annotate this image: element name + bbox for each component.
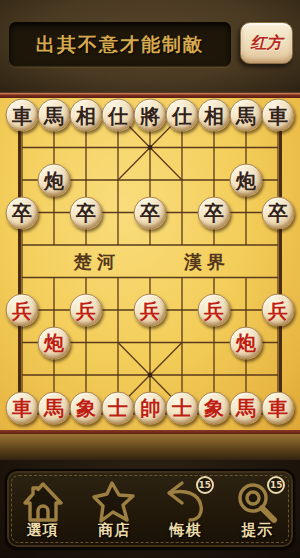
piece-glyph: 士 <box>108 398 128 418</box>
piece-glyph: 馬 <box>44 105 64 125</box>
piece-glyph: 卒 <box>12 203 32 223</box>
piece-glyph: 兵 <box>204 300 224 320</box>
piece-glyph: 仕 <box>108 105 128 125</box>
piece-glyph: 帥 <box>140 398 160 418</box>
undo-button[interactable]: 15 悔棋 <box>150 471 222 547</box>
piece-相-black[interactable]: 相 <box>198 99 231 132</box>
piece-glyph: 卒 <box>140 203 160 223</box>
quote-box: 出其不意才能制敵 <box>9 22 231 67</box>
side-to-move-label: 红方 <box>251 33 283 54</box>
hint-button[interactable]: 15 提示 <box>222 471 294 547</box>
piece-glyph: 馬 <box>236 398 256 418</box>
xiangqi-board[interactable]: 楚河 漢界 車馬相仕將仕相馬車炮炮卒卒卒卒卒兵兵兵兵兵炮炮車馬象士帥士象馬車 <box>0 98 300 430</box>
piece-glyph: 車 <box>12 398 32 418</box>
piece-馬-black[interactable]: 馬 <box>38 99 71 132</box>
shop-button[interactable]: 商店 <box>79 471 151 547</box>
piece-glyph: 馬 <box>44 398 64 418</box>
piece-兵-red[interactable]: 兵 <box>70 294 103 327</box>
toolbar-panel: 選項 商店 15 <box>5 469 295 549</box>
star-icon <box>90 479 138 525</box>
piece-卒-black[interactable]: 卒 <box>70 196 103 229</box>
piece-相-black[interactable]: 相 <box>70 99 103 132</box>
piece-glyph: 車 <box>268 105 288 125</box>
options-button[interactable]: 選項 <box>7 471 79 547</box>
piece-glyph: 兵 <box>76 300 96 320</box>
piece-兵-red[interactable]: 兵 <box>134 294 167 327</box>
piece-glyph: 炮 <box>44 170 64 190</box>
xiangqi-app: 出其不意才能制敵 红方 楚河 漢界 車馬相仕將仕相馬車炮炮卒卒卒卒卒兵兵兵兵兵炮… <box>0 0 300 558</box>
piece-象-red[interactable]: 象 <box>70 391 103 424</box>
piece-卒-black[interactable]: 卒 <box>198 196 231 229</box>
piece-兵-red[interactable]: 兵 <box>6 294 39 327</box>
piece-仕-black[interactable]: 仕 <box>166 99 199 132</box>
piece-將-black[interactable]: 將 <box>134 99 167 132</box>
piece-glyph: 卒 <box>204 203 224 223</box>
piece-車-black[interactable]: 車 <box>6 99 39 132</box>
piece-glyph: 象 <box>204 398 224 418</box>
piece-炮-black[interactable]: 炮 <box>38 164 71 197</box>
piece-glyph: 士 <box>172 398 192 418</box>
piece-glyph: 炮 <box>236 333 256 353</box>
piece-馬-black[interactable]: 馬 <box>230 99 263 132</box>
piece-馬-red[interactable]: 馬 <box>230 391 263 424</box>
piece-卒-black[interactable]: 卒 <box>6 196 39 229</box>
piece-glyph: 卒 <box>76 203 96 223</box>
piece-glyph: 將 <box>140 105 160 125</box>
piece-車-black[interactable]: 車 <box>262 99 295 132</box>
header-bar: 出其不意才能制敵 红方 <box>0 0 300 92</box>
piece-炮-red[interactable]: 炮 <box>38 326 71 359</box>
piece-glyph: 車 <box>12 105 32 125</box>
piece-glyph: 馬 <box>236 105 256 125</box>
piece-士-red[interactable]: 士 <box>166 391 199 424</box>
undo-count-badge: 15 <box>196 476 214 494</box>
piece-炮-black[interactable]: 炮 <box>230 164 263 197</box>
piece-象-red[interactable]: 象 <box>198 391 231 424</box>
pieces-layer: 車馬相仕將仕相馬車炮炮卒卒卒卒卒兵兵兵兵兵炮炮車馬象士帥士象馬車 <box>0 98 300 430</box>
hint-count-badge: 15 <box>267 476 285 494</box>
home-icon <box>19 479 67 525</box>
piece-車-red[interactable]: 車 <box>6 391 39 424</box>
piece-glyph: 兵 <box>12 300 32 320</box>
side-to-move-button[interactable]: 红方 <box>240 22 293 64</box>
piece-帥-red[interactable]: 帥 <box>134 391 167 424</box>
piece-glyph: 相 <box>76 105 96 125</box>
toolbar-area: 選項 商店 15 <box>0 460 300 558</box>
piece-馬-red[interactable]: 馬 <box>38 391 71 424</box>
piece-車-red[interactable]: 車 <box>262 391 295 424</box>
piece-卒-black[interactable]: 卒 <box>134 196 167 229</box>
piece-兵-red[interactable]: 兵 <box>198 294 231 327</box>
piece-glyph: 兵 <box>140 300 160 320</box>
bronze-band <box>0 434 300 460</box>
quote-text: 出其不意才能制敵 <box>36 32 204 58</box>
piece-glyph: 炮 <box>236 170 256 190</box>
piece-glyph: 仕 <box>172 105 192 125</box>
piece-glyph: 兵 <box>268 300 288 320</box>
piece-glyph: 車 <box>268 398 288 418</box>
piece-glyph: 卒 <box>268 203 288 223</box>
piece-兵-red[interactable]: 兵 <box>262 294 295 327</box>
piece-卒-black[interactable]: 卒 <box>262 196 295 229</box>
piece-士-red[interactable]: 士 <box>102 391 135 424</box>
piece-glyph: 炮 <box>44 333 64 353</box>
piece-炮-red[interactable]: 炮 <box>230 326 263 359</box>
piece-glyph: 象 <box>76 398 96 418</box>
piece-仕-black[interactable]: 仕 <box>102 99 135 132</box>
piece-glyph: 相 <box>204 105 224 125</box>
